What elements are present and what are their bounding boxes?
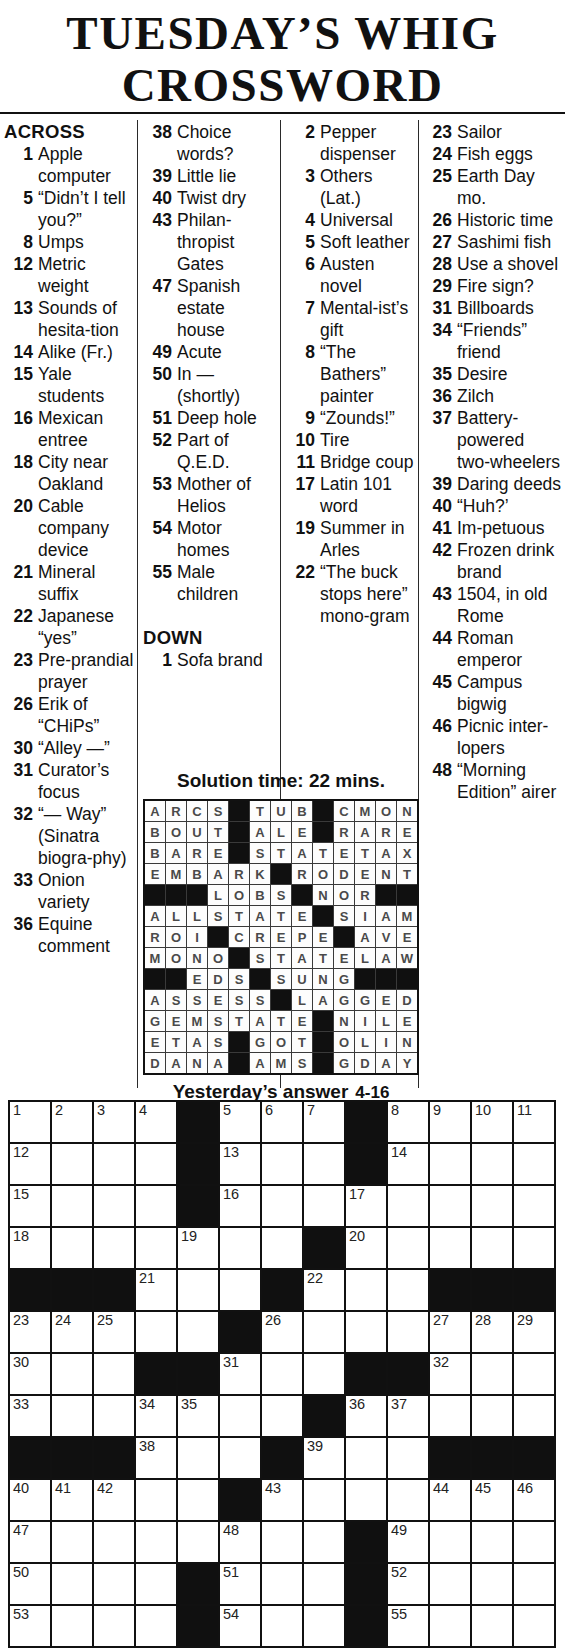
solution-cell: T	[208, 822, 228, 842]
grid-cell[interactable]: 34	[136, 1396, 176, 1436]
grid-cell[interactable]	[430, 1522, 470, 1562]
solution-cell: O	[313, 864, 333, 884]
grid-cell[interactable]	[178, 1480, 218, 1520]
clue: 39Little lie	[143, 165, 275, 187]
clue-text: Roman emperor	[457, 627, 562, 671]
grid-cell[interactable]: 26	[262, 1312, 302, 1352]
clue-number: 14	[4, 341, 38, 363]
grid-cell[interactable]	[430, 1564, 470, 1604]
grid-cell[interactable]	[220, 1228, 260, 1268]
solution-cell: A	[313, 990, 333, 1010]
clue: 8“The Bathers” painter	[286, 341, 415, 407]
cell-number: 55	[391, 1607, 407, 1623]
solution-cell: N	[187, 1053, 207, 1073]
clue: 34“Friends” friend	[423, 319, 562, 363]
crossword-page: TUESDAY’S WHIG CROSSWORD ACROSS 1Apple c…	[0, 0, 565, 1651]
grid-cell[interactable]: 5	[220, 1102, 260, 1142]
grid-cell[interactable]	[136, 1144, 176, 1184]
grid-cell[interactable]	[178, 1438, 218, 1478]
clue-text: Summer in Arles	[320, 517, 415, 561]
clue-text: Deep hole	[177, 407, 275, 429]
grid-cell[interactable]	[346, 1480, 386, 1520]
grid-cell[interactable]: 13	[220, 1144, 260, 1184]
grid-cell[interactable]	[136, 1606, 176, 1646]
solution-cell: R	[187, 843, 207, 863]
grid-cell[interactable]: 3	[94, 1102, 134, 1142]
grid-cell[interactable]	[430, 1144, 470, 1184]
grid-cell[interactable]	[304, 1606, 344, 1646]
grid-cell[interactable]: 33	[10, 1396, 50, 1436]
solution-cell: N	[376, 864, 396, 884]
solution-black-cell	[229, 948, 249, 968]
clue: 6Austen novel	[286, 253, 415, 297]
cell-number: 6	[265, 1103, 273, 1119]
clue-number: 9	[286, 407, 320, 429]
clue-number: 11	[286, 451, 320, 473]
grid-cell[interactable]: 25	[94, 1312, 134, 1352]
solution-cell: T	[271, 906, 291, 926]
clue: 39Daring deeds	[423, 473, 562, 495]
grid-cell[interactable]	[52, 1228, 92, 1268]
grid-cell[interactable]: 37	[388, 1396, 428, 1436]
grid-cell[interactable]: 18	[10, 1228, 50, 1268]
cell-number: 48	[223, 1523, 239, 1539]
solution-cell: G	[334, 969, 354, 989]
clue-number: 47	[143, 275, 177, 297]
grid-cell[interactable]	[136, 1186, 176, 1226]
clue-number: 53	[143, 473, 177, 495]
grid-cell[interactable]	[220, 1396, 260, 1436]
grid-cell[interactable]	[220, 1270, 260, 1310]
grid-cell[interactable]	[304, 1354, 344, 1394]
grid-cell[interactable]	[304, 1144, 344, 1184]
grid-cell[interactable]	[514, 1522, 554, 1562]
grid-cell[interactable]: 28	[472, 1312, 512, 1352]
grid-cell[interactable]: 1	[10, 1102, 50, 1142]
cell-number: 27	[433, 1313, 449, 1329]
grid-cell[interactable]	[52, 1522, 92, 1562]
grid-cell[interactable]	[262, 1186, 302, 1226]
grid-cell[interactable]: 6	[262, 1102, 302, 1142]
black-cell	[472, 1270, 512, 1310]
grid-cell[interactable]: 42	[94, 1480, 134, 1520]
solution-black-cell	[313, 801, 333, 821]
solution-cell: S	[334, 906, 354, 926]
grid-cell[interactable]	[472, 1354, 512, 1394]
grid-cell[interactable]	[388, 1270, 428, 1310]
solution-cell: K	[250, 864, 270, 884]
grid-cell[interactable]: 51	[220, 1564, 260, 1604]
grid-cell[interactable]	[472, 1396, 512, 1436]
grid-cell[interactable]	[304, 1480, 344, 1520]
grid-cell[interactable]: 16	[220, 1186, 260, 1226]
down-header: DOWN	[143, 627, 275, 649]
grid-cell[interactable]	[94, 1144, 134, 1184]
clue-number: 49	[143, 341, 177, 363]
clue-number: 23	[423, 121, 457, 143]
grid-cell[interactable]	[178, 1522, 218, 1562]
grid-cell[interactable]: 14	[388, 1144, 428, 1184]
cell-number: 43	[265, 1481, 281, 1497]
grid-cell[interactable]: 36	[346, 1396, 386, 1436]
clue: 25Earth Day mo.	[423, 165, 562, 209]
grid-cell[interactable]: 53	[10, 1606, 50, 1646]
grid-cell[interactable]	[94, 1186, 134, 1226]
solution-cell: S	[250, 843, 270, 863]
clue-column-3: 2Pepper dispenser3Others (Lat.)4Universa…	[286, 121, 415, 627]
black-cell	[430, 1438, 470, 1478]
grid-cell[interactable]	[178, 1270, 218, 1310]
black-cell	[52, 1270, 92, 1310]
cell-number: 14	[391, 1145, 407, 1161]
grid-cell[interactable]: 40	[10, 1480, 50, 1520]
solution-cell: R	[229, 864, 249, 884]
clue-number: 2	[286, 121, 320, 143]
grid-cell[interactable]: 7	[304, 1102, 344, 1142]
clue: 42Frozen drink brand	[423, 539, 562, 583]
clue: 36Zilch	[423, 385, 562, 407]
clue-number: 33	[4, 869, 38, 891]
clue-number: 40	[423, 495, 457, 517]
clue: 8Umps	[4, 231, 136, 253]
grid-cell[interactable]: 32	[430, 1354, 470, 1394]
clue-number: 15	[4, 363, 38, 385]
grid-cell[interactable]: 41	[52, 1480, 92, 1520]
cell-number: 1	[13, 1103, 21, 1119]
solution-cell: O	[166, 927, 186, 947]
solution-cell: T	[250, 801, 270, 821]
clue-text: Spanish estate house	[177, 275, 275, 341]
cell-number: 32	[433, 1355, 449, 1371]
solution-cell: R	[250, 927, 270, 947]
clue-text: “— Way” (Sinatra biogra-phy)	[38, 803, 136, 869]
grid-cell[interactable]: 19	[178, 1228, 218, 1268]
grid-cell[interactable]	[136, 1564, 176, 1604]
grid-cell[interactable]: 11	[514, 1102, 554, 1142]
grid-cell[interactable]	[262, 1564, 302, 1604]
grid-cell[interactable]: 48	[220, 1522, 260, 1562]
clue-text: “Huh?’	[457, 495, 562, 517]
grid-cell[interactable]	[514, 1144, 554, 1184]
cell-number: 25	[97, 1313, 113, 1329]
solution-cell: A	[292, 843, 312, 863]
clue-number: 43	[143, 209, 177, 231]
clue: 30“Alley —”	[4, 737, 136, 759]
grid-cell[interactable]	[388, 1228, 428, 1268]
clue-number: 44	[423, 627, 457, 649]
grid-cell[interactable]	[52, 1144, 92, 1184]
grid-cell[interactable]	[262, 1144, 302, 1184]
page-title-line1: TUESDAY’S WHIG	[0, 8, 565, 60]
solution-cell: G	[334, 990, 354, 1010]
solution-cell: I	[355, 1011, 375, 1031]
black-cell	[178, 1144, 218, 1184]
solution-cell: E	[397, 927, 417, 947]
solution-cell: E	[187, 969, 207, 989]
clue-number: 46	[423, 715, 457, 737]
grid-cell[interactable]: 46	[514, 1480, 554, 1520]
solution-cell: E	[145, 1032, 165, 1052]
grid-cell[interactable]	[304, 1522, 344, 1562]
grid-cell[interactable]: 50	[10, 1564, 50, 1604]
cell-number: 22	[307, 1271, 323, 1287]
grid-cell[interactable]	[262, 1522, 302, 1562]
grid-cell[interactable]	[94, 1228, 134, 1268]
black-cell	[346, 1522, 386, 1562]
solution-cell: M	[397, 906, 417, 926]
clue-text: Battery-powered two-wheelers	[457, 407, 562, 473]
grid-cell[interactable]	[388, 1438, 428, 1478]
solution-cell: A	[376, 948, 396, 968]
grid-cell[interactable]	[52, 1186, 92, 1226]
grid-cell[interactable]	[262, 1354, 302, 1394]
grid-cell[interactable]	[94, 1606, 134, 1646]
solution-cell: G	[334, 1053, 354, 1073]
clue-text: Others (Lat.)	[320, 165, 415, 209]
solution-black-cell	[334, 927, 354, 947]
grid-cell[interactable]	[304, 1312, 344, 1352]
solution-black-cell	[208, 927, 228, 947]
grid-cell[interactable]	[136, 1312, 176, 1352]
grid-cell[interactable]: 8	[388, 1102, 428, 1142]
clue-text: Japanese “yes”	[38, 605, 136, 649]
clue-number: 1	[4, 143, 38, 165]
solution-cell: L	[208, 885, 228, 905]
clue: 4Universal	[286, 209, 415, 231]
solution-cell: C	[187, 801, 207, 821]
grid-cell[interactable]	[472, 1144, 512, 1184]
grid-cell[interactable]	[430, 1396, 470, 1436]
grid-cell[interactable]	[262, 1606, 302, 1646]
solution-black-cell	[313, 906, 333, 926]
clue-text: “Morning Edition” airer	[457, 759, 562, 803]
grid-cell[interactable]: 31	[220, 1354, 260, 1394]
grid-cell[interactable]	[472, 1564, 512, 1604]
clue-text: Choice words?	[177, 121, 275, 165]
grid-cell[interactable]	[220, 1438, 260, 1478]
clue: 15Yale students	[4, 363, 136, 407]
clue-text: Apple computer	[38, 143, 136, 187]
solution-cell: E	[397, 822, 417, 842]
grid-cell[interactable]: 23	[10, 1312, 50, 1352]
black-cell	[304, 1396, 344, 1436]
grid-cell[interactable]: 15	[10, 1186, 50, 1226]
grid-cell[interactable]: 45	[472, 1480, 512, 1520]
clue: 46Picnic inter-lopers	[423, 715, 562, 759]
black-cell	[346, 1102, 386, 1142]
grid-cell[interactable]	[178, 1312, 218, 1352]
grid-cell[interactable]: 4	[136, 1102, 176, 1142]
cell-number: 29	[517, 1313, 533, 1329]
clue: 36Equine comment	[4, 913, 136, 957]
grid-cell[interactable]	[136, 1480, 176, 1520]
clue-text: Acute	[177, 341, 275, 363]
grid-cell[interactable]	[304, 1564, 344, 1604]
solution-cell: B	[292, 801, 312, 821]
grid-cell[interactable]: 12	[10, 1144, 50, 1184]
black-cell	[262, 1270, 302, 1310]
clue-number: 1	[143, 649, 177, 671]
grid-cell[interactable]	[136, 1522, 176, 1562]
grid-cell[interactable]	[262, 1396, 302, 1436]
grid-cell[interactable]	[472, 1228, 512, 1268]
solution-cell: B	[250, 885, 270, 905]
solution-cell: A	[145, 990, 165, 1010]
clue-number: 54	[143, 517, 177, 539]
solution-cell: N	[334, 1011, 354, 1031]
solution-cell: D	[145, 1053, 165, 1073]
cell-number: 16	[223, 1187, 239, 1203]
grid-cell[interactable]	[514, 1606, 554, 1646]
clue-number: 5	[286, 231, 320, 253]
grid-cell[interactable]	[346, 1270, 386, 1310]
grid-cell[interactable]	[94, 1564, 134, 1604]
grid-cell[interactable]: 29	[514, 1312, 554, 1352]
grid-cell[interactable]: 43	[262, 1480, 302, 1520]
grid-cell[interactable]	[514, 1228, 554, 1268]
grid-cell[interactable]	[514, 1396, 554, 1436]
cell-number: 26	[265, 1313, 281, 1329]
clue-text: City near Oakland	[38, 451, 136, 495]
grid-cell[interactable]: 9	[430, 1102, 470, 1142]
clue-number: 25	[423, 165, 457, 187]
grid-cell[interactable]: 52	[388, 1564, 428, 1604]
grid-cell[interactable]	[514, 1186, 554, 1226]
grid-cell[interactable]	[94, 1396, 134, 1436]
clue-text: Pre-prandial prayer	[38, 649, 136, 693]
clue-number: 24	[423, 143, 457, 165]
clue-text: Mexican entree	[38, 407, 136, 451]
solution-cell: E	[292, 822, 312, 842]
black-cell	[388, 1354, 428, 1394]
grid-cell[interactable]	[388, 1312, 428, 1352]
clue-number: 34	[423, 319, 457, 341]
grid-cell[interactable]	[472, 1522, 512, 1562]
black-cell	[346, 1144, 386, 1184]
grid-cell[interactable]	[304, 1186, 344, 1226]
grid-cell[interactable]	[514, 1564, 554, 1604]
solution-cell: C	[229, 927, 249, 947]
solution-cell: A	[355, 927, 375, 947]
grid-cell[interactable]	[94, 1522, 134, 1562]
solution-time-label: Solution time: 22 mins.	[142, 770, 420, 792]
grid-cell[interactable]	[430, 1186, 470, 1226]
grid-cell[interactable]	[52, 1396, 92, 1436]
grid-cell[interactable]: 21	[136, 1270, 176, 1310]
solution-black-cell	[250, 969, 270, 989]
solution-black-cell	[229, 1032, 249, 1052]
grid-cell[interactable]	[346, 1438, 386, 1478]
black-cell	[136, 1354, 176, 1394]
solution-cell: E	[292, 1011, 312, 1031]
clue-text: Curator’s focus	[38, 759, 136, 803]
grid-cell[interactable]	[136, 1228, 176, 1268]
clue-number: 12	[4, 253, 38, 275]
grid-cell[interactable]: 55	[388, 1606, 428, 1646]
grid-cell[interactable]: 35	[178, 1396, 218, 1436]
clue: 11Bridge coup	[286, 451, 415, 473]
grid-cell[interactable]: 2	[52, 1102, 92, 1142]
grid-cell[interactable]	[52, 1354, 92, 1394]
cell-number: 8	[391, 1103, 399, 1119]
solution-cell: I	[187, 927, 207, 947]
grid-cell[interactable]: 24	[52, 1312, 92, 1352]
clue-text: Soft leather	[320, 231, 415, 253]
grid-cell[interactable]	[388, 1480, 428, 1520]
grid-cell[interactable]: 38	[136, 1438, 176, 1478]
clue: 1Apple computer	[4, 143, 136, 187]
cell-number: 52	[391, 1565, 407, 1581]
cell-number: 28	[475, 1313, 491, 1329]
grid-cell[interactable]: 39	[304, 1438, 344, 1478]
grid-cell[interactable]	[472, 1186, 512, 1226]
grid-cell[interactable]: 30	[10, 1354, 50, 1394]
grid-cell[interactable]	[472, 1606, 512, 1646]
grid-cell[interactable]: 54	[220, 1606, 260, 1646]
grid-cell[interactable]	[430, 1606, 470, 1646]
clue-number: 29	[423, 275, 457, 297]
grid-cell[interactable]	[52, 1606, 92, 1646]
clue-text: Zilch	[457, 385, 562, 407]
grid-cell[interactable]	[430, 1228, 470, 1268]
solution-cell: A	[376, 843, 396, 863]
cell-number: 13	[223, 1145, 239, 1161]
solution-cell: T	[313, 843, 333, 863]
grid-cell[interactable]	[514, 1354, 554, 1394]
clue: 33Onion variety	[4, 869, 136, 913]
grid-cell[interactable]: 47	[10, 1522, 50, 1562]
solution-black-cell	[271, 864, 291, 884]
grid-cell[interactable]	[262, 1228, 302, 1268]
clue-text: Bridge coup	[320, 451, 415, 473]
clue-number: 41	[423, 517, 457, 539]
clue-text: 1504, in old Rome	[457, 583, 562, 627]
solution-cell: E	[313, 927, 333, 947]
cell-number: 37	[391, 1397, 407, 1413]
grid-cell[interactable]: 27	[430, 1312, 470, 1352]
clue-text: Equine comment	[38, 913, 136, 957]
solution-cell: A	[208, 864, 228, 884]
clue: 37Battery-powered two-wheelers	[423, 407, 562, 473]
grid-cell[interactable]: 20	[346, 1228, 386, 1268]
grid-cell[interactable]: 22	[304, 1270, 344, 1310]
cell-number: 50	[13, 1565, 29, 1581]
solution-cell: E	[355, 864, 375, 884]
clue: 22Japanese “yes”	[4, 605, 136, 649]
clue-number: 3	[286, 165, 320, 187]
solution-cell: E	[376, 990, 396, 1010]
solution-cell: I	[376, 1032, 396, 1052]
solution-cell: E	[292, 906, 312, 926]
solution-black-cell	[376, 969, 396, 989]
clue-text: Motor homes	[177, 517, 275, 561]
grid-cell[interactable]	[52, 1564, 92, 1604]
grid-cell[interactable]: 49	[388, 1522, 428, 1562]
grid-cell[interactable]: 44	[430, 1480, 470, 1520]
clue-number: 45	[423, 671, 457, 693]
clue-text: Mental-ist’s gift	[320, 297, 415, 341]
grid-cell[interactable]	[388, 1186, 428, 1226]
grid-cell[interactable]: 17	[346, 1186, 386, 1226]
clue-text: Tire	[320, 429, 415, 451]
solution-cell: G	[250, 1032, 270, 1052]
grid-cell[interactable]: 10	[472, 1102, 512, 1142]
grid-cell[interactable]	[94, 1354, 134, 1394]
solution-black-cell	[229, 1053, 249, 1073]
black-cell	[10, 1438, 50, 1478]
grid-cell[interactable]	[346, 1312, 386, 1352]
solution-cell: B	[145, 822, 165, 842]
